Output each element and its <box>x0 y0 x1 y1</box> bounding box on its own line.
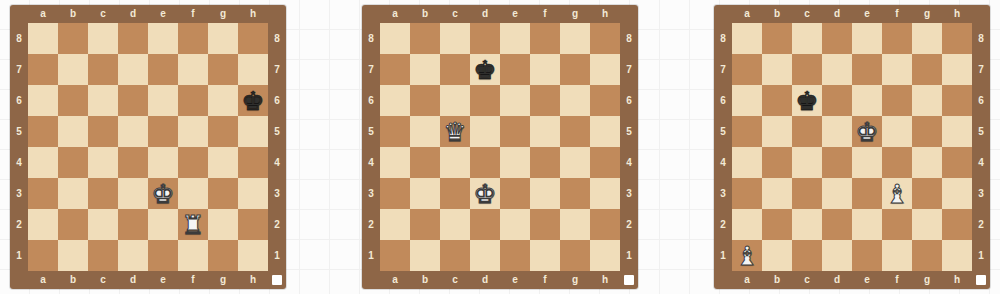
white-queen: ♛ <box>443 119 466 145</box>
rank-label-7-left: 7 <box>10 54 28 85</box>
square-h7 <box>942 54 972 85</box>
square-c7 <box>440 54 470 85</box>
file-label-f-bottom: f <box>882 271 912 289</box>
square-g2 <box>560 209 590 240</box>
rank-label-2-right: 2 <box>268 209 286 240</box>
square-f7 <box>882 54 912 85</box>
square-d8 <box>118 23 148 54</box>
square-d5 <box>118 116 148 147</box>
square-c5: ♛ <box>440 116 470 147</box>
black-king: ♚ <box>473 57 496 83</box>
file-label-f-top: f <box>530 5 560 23</box>
file-label-d-bottom: d <box>470 271 500 289</box>
square-b1 <box>762 240 792 271</box>
square-a6 <box>732 85 762 116</box>
square-a2 <box>28 209 58 240</box>
file-label-a-top: a <box>732 5 762 23</box>
square-h3 <box>590 178 620 209</box>
square-b3 <box>410 178 440 209</box>
square-c1 <box>88 240 118 271</box>
square-a3 <box>28 178 58 209</box>
square-d8 <box>822 23 852 54</box>
square-h8 <box>590 23 620 54</box>
rank-label-4-right: 4 <box>972 147 990 178</box>
square-h1 <box>238 240 268 271</box>
board-grid: ♚♛♚ <box>380 23 620 271</box>
rank-label-5-left: 5 <box>10 116 28 147</box>
square-a7 <box>28 54 58 85</box>
square-h4 <box>238 147 268 178</box>
rank-label-8-left: 8 <box>10 23 28 54</box>
rank-label-8-left: 8 <box>714 23 732 54</box>
square-f3 <box>530 178 560 209</box>
file-label-h-top: h <box>238 5 268 23</box>
file-label-b-bottom: b <box>762 271 792 289</box>
square-b2 <box>762 209 792 240</box>
board-grid: ♚♚♜ <box>28 23 268 271</box>
file-label-e-bottom: e <box>500 271 530 289</box>
rank-label-1-right: 1 <box>268 240 286 271</box>
square-e5: ♚ <box>852 116 882 147</box>
rank-label-5-left: 5 <box>362 116 380 147</box>
square-f4 <box>530 147 560 178</box>
square-d7: ♚ <box>470 54 500 85</box>
file-label-g-bottom: g <box>208 271 238 289</box>
square-g7 <box>912 54 942 85</box>
file-label-h-top: h <box>942 5 972 23</box>
square-d3 <box>822 178 852 209</box>
square-b3 <box>58 178 88 209</box>
file-label-f-bottom: f <box>530 271 560 289</box>
square-b8 <box>58 23 88 54</box>
rank-label-2-left: 2 <box>714 209 732 240</box>
file-label-b-top: b <box>410 5 440 23</box>
chess-board-2: aabbccddeeffgghh8877665544332211♚♛♚ <box>362 5 638 289</box>
rank-label-1-left: 1 <box>362 240 380 271</box>
square-g6 <box>560 85 590 116</box>
square-c2 <box>792 209 822 240</box>
file-label-c-bottom: c <box>440 271 470 289</box>
square-g2 <box>912 209 942 240</box>
square-h3 <box>238 178 268 209</box>
white-bishop: ♝ <box>885 181 908 207</box>
square-g4 <box>560 147 590 178</box>
rank-label-1-left: 1 <box>10 240 28 271</box>
square-f8 <box>882 23 912 54</box>
square-c6: ♚ <box>792 85 822 116</box>
square-b1 <box>58 240 88 271</box>
square-c6 <box>88 85 118 116</box>
square-h1 <box>942 240 972 271</box>
square-c1 <box>440 240 470 271</box>
white-king: ♚ <box>473 181 496 207</box>
square-h5 <box>942 116 972 147</box>
square-c5 <box>88 116 118 147</box>
square-a5 <box>28 116 58 147</box>
file-label-d-bottom: d <box>822 271 852 289</box>
square-c4 <box>792 147 822 178</box>
square-g8 <box>208 23 238 54</box>
square-c2 <box>440 209 470 240</box>
rank-label-3-right: 3 <box>268 178 286 209</box>
square-e3 <box>852 178 882 209</box>
file-label-a-bottom: a <box>380 271 410 289</box>
rank-label-3-left: 3 <box>714 178 732 209</box>
square-c4 <box>440 147 470 178</box>
file-label-b-top: b <box>762 5 792 23</box>
rank-label-6-right: 6 <box>268 85 286 116</box>
square-c8 <box>88 23 118 54</box>
file-label-h-bottom: h <box>942 271 972 289</box>
square-a8 <box>732 23 762 54</box>
square-b7 <box>58 54 88 85</box>
square-a6 <box>28 85 58 116</box>
rank-label-4-right: 4 <box>268 147 286 178</box>
file-label-c-top: c <box>792 5 822 23</box>
square-b4 <box>410 147 440 178</box>
square-f8 <box>530 23 560 54</box>
square-d7 <box>822 54 852 85</box>
square-g4 <box>208 147 238 178</box>
square-h6: ♚ <box>238 85 268 116</box>
file-label-h-top: h <box>590 5 620 23</box>
square-g1 <box>560 240 590 271</box>
square-g5 <box>912 116 942 147</box>
square-b5 <box>410 116 440 147</box>
square-f3: ♝ <box>882 178 912 209</box>
rank-label-1-right: 1 <box>620 240 638 271</box>
square-a7 <box>380 54 410 85</box>
rank-label-6-left: 6 <box>362 85 380 116</box>
square-b6 <box>410 85 440 116</box>
square-d2 <box>822 209 852 240</box>
square-d7 <box>118 54 148 85</box>
square-b2 <box>410 209 440 240</box>
square-g1 <box>912 240 942 271</box>
file-label-f-bottom: f <box>178 271 208 289</box>
board-grid: ♚♚♝♝ <box>732 23 972 271</box>
rank-label-4-left: 4 <box>714 147 732 178</box>
square-e6 <box>852 85 882 116</box>
rank-label-4-left: 4 <box>362 147 380 178</box>
square-h5 <box>238 116 268 147</box>
square-a1 <box>28 240 58 271</box>
rank-label-7-left: 7 <box>362 54 380 85</box>
square-a7 <box>732 54 762 85</box>
file-label-d-bottom: d <box>118 271 148 289</box>
file-label-b-bottom: b <box>58 271 88 289</box>
square-g2 <box>208 209 238 240</box>
rank-label-5-left: 5 <box>714 116 732 147</box>
rank-label-6-left: 6 <box>714 85 732 116</box>
file-label-e-top: e <box>852 5 882 23</box>
file-label-g-top: g <box>560 5 590 23</box>
square-e3 <box>500 178 530 209</box>
rank-label-2-left: 2 <box>362 209 380 240</box>
square-e6 <box>500 85 530 116</box>
square-f7 <box>530 54 560 85</box>
square-d1 <box>118 240 148 271</box>
square-d2 <box>470 209 500 240</box>
square-g7 <box>560 54 590 85</box>
square-a2 <box>732 209 762 240</box>
square-a8 <box>380 23 410 54</box>
square-e1 <box>852 240 882 271</box>
file-label-h-bottom: h <box>238 271 268 289</box>
square-d6 <box>118 85 148 116</box>
square-a3 <box>732 178 762 209</box>
square-e5 <box>500 116 530 147</box>
square-h7 <box>238 54 268 85</box>
white-bishop: ♝ <box>735 243 758 269</box>
square-a3 <box>380 178 410 209</box>
square-h6 <box>590 85 620 116</box>
square-c3 <box>792 178 822 209</box>
page-background: aabbccddeeffgghh8877665544332211♚♚♜ aabb… <box>0 0 1000 294</box>
rank-label-3-left: 3 <box>362 178 380 209</box>
square-a2 <box>380 209 410 240</box>
black-king: ♚ <box>241 88 264 114</box>
file-label-a-bottom: a <box>28 271 58 289</box>
rank-label-5-right: 5 <box>268 116 286 147</box>
square-d3: ♚ <box>470 178 500 209</box>
square-e1 <box>500 240 530 271</box>
square-h2 <box>590 209 620 240</box>
square-g8 <box>912 23 942 54</box>
square-d3 <box>118 178 148 209</box>
rank-label-2-right: 2 <box>620 209 638 240</box>
square-d4 <box>470 147 500 178</box>
file-label-a-bottom: a <box>732 271 762 289</box>
rank-label-5-right: 5 <box>972 116 990 147</box>
square-a1 <box>380 240 410 271</box>
file-label-e-bottom: e <box>852 271 882 289</box>
square-e8 <box>852 23 882 54</box>
file-label-e-top: e <box>148 5 178 23</box>
square-g3 <box>208 178 238 209</box>
square-h1 <box>590 240 620 271</box>
square-g3 <box>912 178 942 209</box>
square-h7 <box>590 54 620 85</box>
file-label-b-top: b <box>58 5 88 23</box>
rank-label-7-left: 7 <box>714 54 732 85</box>
square-g4 <box>912 147 942 178</box>
square-f1 <box>178 240 208 271</box>
rank-label-1-right: 1 <box>972 240 990 271</box>
square-a4 <box>28 147 58 178</box>
square-f1 <box>530 240 560 271</box>
square-f1 <box>882 240 912 271</box>
white-to-move-indicator <box>624 275 634 285</box>
square-h8 <box>238 23 268 54</box>
file-label-c-bottom: c <box>88 271 118 289</box>
square-e2 <box>852 209 882 240</box>
rank-label-7-right: 7 <box>972 54 990 85</box>
square-d4 <box>118 147 148 178</box>
square-a8 <box>28 23 58 54</box>
square-f6 <box>178 85 208 116</box>
square-a5 <box>380 116 410 147</box>
square-b5 <box>58 116 88 147</box>
file-label-g-bottom: g <box>560 271 590 289</box>
rank-label-4-left: 4 <box>10 147 28 178</box>
square-f5 <box>530 116 560 147</box>
square-a5 <box>732 116 762 147</box>
square-h4 <box>590 147 620 178</box>
file-label-a-top: a <box>380 5 410 23</box>
square-e2 <box>500 209 530 240</box>
square-b5 <box>762 116 792 147</box>
square-d6 <box>470 85 500 116</box>
square-b6 <box>762 85 792 116</box>
square-d5 <box>822 116 852 147</box>
file-label-e-bottom: e <box>148 271 178 289</box>
file-label-d-top: d <box>118 5 148 23</box>
square-d5 <box>470 116 500 147</box>
rank-label-8-right: 8 <box>972 23 990 54</box>
square-d1 <box>822 240 852 271</box>
square-f2 <box>530 209 560 240</box>
file-label-g-top: g <box>208 5 238 23</box>
square-h5 <box>590 116 620 147</box>
square-g3 <box>560 178 590 209</box>
square-c8 <box>440 23 470 54</box>
square-h2 <box>942 209 972 240</box>
file-label-f-top: f <box>178 5 208 23</box>
square-f6 <box>530 85 560 116</box>
square-h2 <box>238 209 268 240</box>
square-b8 <box>762 23 792 54</box>
square-f7 <box>178 54 208 85</box>
rank-label-7-right: 7 <box>268 54 286 85</box>
square-f4 <box>882 147 912 178</box>
square-b6 <box>58 85 88 116</box>
file-label-h-bottom: h <box>590 271 620 289</box>
file-label-d-top: d <box>470 5 500 23</box>
square-h4 <box>942 147 972 178</box>
file-label-f-top: f <box>882 5 912 23</box>
square-b2 <box>58 209 88 240</box>
square-h8 <box>942 23 972 54</box>
square-g1 <box>208 240 238 271</box>
rank-label-3-left: 3 <box>10 178 28 209</box>
square-f2: ♜ <box>178 209 208 240</box>
square-e5 <box>148 116 178 147</box>
square-a4 <box>380 147 410 178</box>
square-c7 <box>792 54 822 85</box>
rank-label-8-left: 8 <box>362 23 380 54</box>
square-b4 <box>762 147 792 178</box>
square-e8 <box>148 23 178 54</box>
square-c7 <box>88 54 118 85</box>
rank-label-7-right: 7 <box>620 54 638 85</box>
square-d4 <box>822 147 852 178</box>
square-g5 <box>560 116 590 147</box>
square-g7 <box>208 54 238 85</box>
square-e7 <box>852 54 882 85</box>
square-g8 <box>560 23 590 54</box>
square-e7 <box>500 54 530 85</box>
rank-label-5-right: 5 <box>620 116 638 147</box>
square-f5 <box>178 116 208 147</box>
file-label-d-top: d <box>822 5 852 23</box>
square-c8 <box>792 23 822 54</box>
rank-label-6-right: 6 <box>620 85 638 116</box>
square-e4 <box>148 147 178 178</box>
square-a4 <box>732 147 762 178</box>
file-label-c-top: c <box>440 5 470 23</box>
file-label-e-top: e <box>500 5 530 23</box>
white-to-move-indicator <box>272 275 282 285</box>
square-e1 <box>148 240 178 271</box>
square-f4 <box>178 147 208 178</box>
rank-label-8-right: 8 <box>620 23 638 54</box>
square-g6 <box>912 85 942 116</box>
square-e4 <box>500 147 530 178</box>
square-a6 <box>380 85 410 116</box>
rank-label-1-left: 1 <box>714 240 732 271</box>
file-label-b-bottom: b <box>410 271 440 289</box>
square-e4 <box>852 147 882 178</box>
square-f8 <box>178 23 208 54</box>
square-e2 <box>148 209 178 240</box>
white-to-move-indicator <box>976 275 986 285</box>
square-c3 <box>440 178 470 209</box>
square-f6 <box>882 85 912 116</box>
square-b3 <box>762 178 792 209</box>
rank-label-6-left: 6 <box>10 85 28 116</box>
square-e7 <box>148 54 178 85</box>
rank-label-3-right: 3 <box>972 178 990 209</box>
square-e3: ♚ <box>148 178 178 209</box>
rank-label-2-right: 2 <box>972 209 990 240</box>
file-label-g-top: g <box>912 5 942 23</box>
square-b4 <box>58 147 88 178</box>
file-label-c-top: c <box>88 5 118 23</box>
square-d8 <box>470 23 500 54</box>
file-label-g-bottom: g <box>912 271 942 289</box>
rank-label-8-right: 8 <box>268 23 286 54</box>
square-f3 <box>178 178 208 209</box>
square-a1: ♝ <box>732 240 762 271</box>
square-c5 <box>792 116 822 147</box>
square-b7 <box>410 54 440 85</box>
square-f2 <box>882 209 912 240</box>
square-f5 <box>882 116 912 147</box>
square-c3 <box>88 178 118 209</box>
black-king: ♚ <box>795 88 818 114</box>
square-d6 <box>822 85 852 116</box>
square-b7 <box>762 54 792 85</box>
square-h6 <box>942 85 972 116</box>
square-c1 <box>792 240 822 271</box>
square-e6 <box>148 85 178 116</box>
white-rook: ♜ <box>181 212 204 238</box>
square-b8 <box>410 23 440 54</box>
rank-label-3-right: 3 <box>620 178 638 209</box>
square-c6 <box>440 85 470 116</box>
square-d1 <box>470 240 500 271</box>
rank-label-4-right: 4 <box>620 147 638 178</box>
square-c4 <box>88 147 118 178</box>
rank-label-2-left: 2 <box>10 209 28 240</box>
square-b1 <box>410 240 440 271</box>
white-king: ♚ <box>855 119 878 145</box>
square-h3 <box>942 178 972 209</box>
square-e8 <box>500 23 530 54</box>
chess-board-3: aabbccddeeffgghh8877665544332211♚♚♝♝ <box>714 5 990 289</box>
file-label-a-top: a <box>28 5 58 23</box>
